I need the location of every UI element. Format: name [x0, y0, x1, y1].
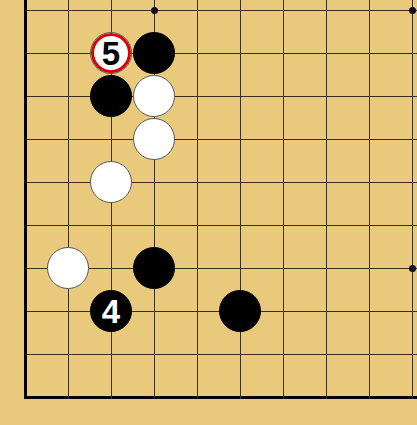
- black-stone-c3[interactable]: 4: [90, 290, 132, 332]
- board-grid[interactable]: 54: [4, 0, 417, 419]
- white-stone-d8[interactable]: [133, 75, 175, 117]
- black-stone-c8[interactable]: [90, 75, 132, 117]
- white-stone-c9[interactable]: 5: [90, 32, 132, 74]
- black-stone-d9[interactable]: [133, 32, 175, 74]
- black-stone-d4[interactable]: [133, 247, 175, 289]
- white-stone-b4[interactable]: [47, 247, 89, 289]
- black-stone-f3[interactable]: [219, 290, 261, 332]
- star-point-k10: [409, 7, 416, 14]
- star-point-d10: [151, 7, 158, 14]
- white-stone-d7[interactable]: [133, 118, 175, 160]
- go-board: 54: [0, 0, 417, 425]
- white-stone-c6[interactable]: [90, 161, 132, 203]
- star-point-k4: [409, 265, 416, 272]
